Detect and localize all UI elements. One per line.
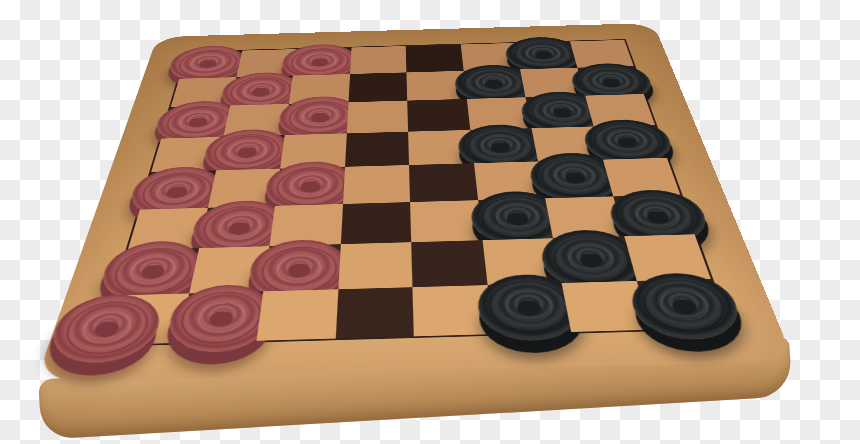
board-perspective-group: ●●●●●●●●●●●●●●●●●●●●●●●●● <box>0 0 860 444</box>
square-f7[interactable]: ● <box>463 69 525 99</box>
square-d6[interactable] <box>346 101 408 134</box>
checker-disc-glyph: ● <box>43 293 166 364</box>
checker-disc-glyph: ● <box>624 272 748 341</box>
square-d8[interactable] <box>350 46 407 74</box>
red-checker-a1[interactable]: ● <box>43 293 166 364</box>
square-f1[interactable]: ● <box>487 283 571 335</box>
checkers-board: ●●●●●●●●●●●●●●●●●●●●●●●●● <box>35 23 794 382</box>
transparency-background: ●●●●●●●●●●●●●●●●●●●●●●●●● <box>0 0 860 444</box>
square-e4[interactable] <box>409 163 478 202</box>
square-c1[interactable] <box>256 289 337 341</box>
square-d1[interactable] <box>335 287 414 339</box>
square-d4[interactable] <box>343 165 411 204</box>
square-d3[interactable] <box>340 202 411 244</box>
square-b1[interactable]: ● <box>178 291 263 343</box>
board-playing-area: ●●●●●●●●●●●●●●●●●●●●●●●●● <box>96 39 731 347</box>
square-c6[interactable]: ● <box>285 102 348 135</box>
black-checker-h1[interactable]: ● <box>624 272 748 341</box>
square-d2[interactable] <box>338 242 413 289</box>
square-h1[interactable]: ● <box>636 279 728 330</box>
